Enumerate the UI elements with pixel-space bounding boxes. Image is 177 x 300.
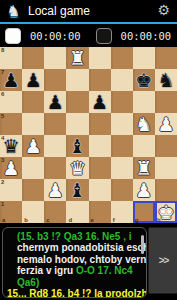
- white-clock: 00:00:00: [30, 30, 81, 42]
- black-bishop-d4: ♝: [69, 136, 86, 157]
- black-pawn-c6: ♟: [47, 92, 64, 113]
- rank-label-1: 1: [1, 201, 4, 207]
- square-g5[interactable]: ♞: [133, 113, 155, 135]
- square-a7[interactable]: 7♟: [0, 69, 22, 91]
- white-pawn-c2: ♟: [47, 180, 64, 201]
- square-b3[interactable]: [22, 157, 44, 179]
- square-b7[interactable]: ♟: [22, 69, 44, 91]
- square-e2[interactable]: [89, 179, 111, 201]
- square-g3[interactable]: ♜: [133, 157, 155, 179]
- file-label-f: f: [113, 217, 115, 223]
- action-bar: ♞ Local game ⚙: [0, 0, 177, 22]
- square-a2[interactable]: 2: [0, 179, 22, 201]
- square-f1[interactable]: f: [111, 201, 133, 223]
- square-h6[interactable]: [155, 91, 177, 113]
- square-c7[interactable]: [44, 69, 66, 91]
- notation-segment: O-O 17. Nc4: [76, 265, 133, 276]
- black-knight-h7: ♞: [157, 70, 174, 91]
- square-e1[interactable]: e: [89, 201, 111, 223]
- rank-label-7: 7: [1, 69, 4, 75]
- white-pawn-b4: ♟: [25, 136, 42, 157]
- white-pawn-g2: ♟: [135, 180, 152, 201]
- white-rook-d8: ♜: [69, 48, 86, 69]
- black-clock: 00:00:00: [121, 30, 172, 42]
- square-e5[interactable]: [89, 113, 111, 135]
- square-b1[interactable]: b: [22, 201, 44, 223]
- square-f4[interactable]: [111, 135, 133, 157]
- square-b2[interactable]: [22, 179, 44, 201]
- square-h4[interactable]: [155, 135, 177, 157]
- notation-segment: 15... Rd8 16. b4 !? Ia prodolzhau: [7, 288, 147, 298]
- notation-segment: Qa6): [17, 277, 39, 288]
- square-f5[interactable]: [111, 113, 133, 135]
- square-h8[interactable]: [155, 47, 177, 69]
- square-h3[interactable]: [155, 157, 177, 179]
- square-e6[interactable]: ♟: [89, 91, 111, 113]
- square-d6[interactable]: [66, 91, 88, 113]
- black-bishop-d2: ♝: [69, 180, 86, 201]
- black-pawn-a7: ♟: [3, 70, 20, 91]
- square-d4[interactable]: ♝: [66, 135, 88, 157]
- scrollbar-thumb[interactable]: [141, 235, 144, 254]
- notation-line: chernym ponadobitsia esche: [17, 242, 143, 253]
- square-c2[interactable]: ♟: [44, 179, 66, 201]
- rank-label-4: 4: [1, 135, 4, 141]
- square-f2[interactable]: [111, 179, 133, 201]
- notation-line: ferzia v igru O-O 17. Nc4: [17, 265, 143, 276]
- square-e4[interactable]: [89, 135, 111, 157]
- square-b5[interactable]: [22, 113, 44, 135]
- notation-line: Qa6): [17, 277, 143, 288]
- square-h1[interactable]: h♚: [155, 201, 177, 223]
- file-label-c: c: [46, 217, 49, 223]
- white-rook-g3: ♜: [135, 158, 152, 179]
- square-d8[interactable]: ♜: [66, 47, 88, 69]
- notation-line: 15... Rd8 16. b4 !? Ia prodolzhau: [7, 288, 143, 298]
- next-moves-label: >>: [159, 255, 169, 266]
- square-g6[interactable]: [133, 91, 155, 113]
- square-g2[interactable]: ♟: [133, 179, 155, 201]
- file-label-g: g: [135, 217, 139, 223]
- clock-strip: 00:00:00 00:00:00: [0, 24, 177, 47]
- square-a5[interactable]: 5: [0, 113, 22, 135]
- square-d7[interactable]: [66, 69, 88, 91]
- notation-segment: nemalo hodov, chtoby vernut': [17, 254, 147, 265]
- file-label-d: d: [68, 217, 72, 223]
- square-h7[interactable]: ♞: [155, 69, 177, 91]
- square-a3[interactable]: 3♟: [0, 157, 22, 179]
- notation-line: (15. b3 !? Qa3 16. Ne5 , i: [17, 231, 143, 242]
- rank-label-6: 6: [1, 91, 4, 97]
- square-f3[interactable]: [111, 157, 133, 179]
- black-pawn-b7: ♟: [25, 70, 42, 91]
- square-c5[interactable]: [44, 113, 66, 135]
- square-b6[interactable]: [22, 91, 44, 113]
- black-king-g7: ♚: [135, 70, 152, 91]
- file-label-a: a: [2, 217, 5, 223]
- knight-icon: ♞: [5, 3, 22, 20]
- black-queen-a4: ♛: [3, 136, 20, 157]
- square-d5[interactable]: [66, 113, 88, 135]
- square-f7[interactable]: [111, 69, 133, 91]
- page-title: Local game: [28, 4, 90, 18]
- white-knight-g5: ♞: [135, 114, 152, 135]
- chess-board[interactable]: 8♜7♟♟♚♞6♟♟5♞♟4♛♟♝3♟♛♜2♟♝♟1abcdefgh♚: [0, 47, 177, 223]
- square-d1[interactable]: d: [66, 201, 88, 223]
- square-g4[interactable]: [133, 135, 155, 157]
- square-h2[interactable]: [155, 179, 177, 201]
- file-label-b: b: [24, 217, 28, 223]
- white-player-icon: [5, 28, 21, 44]
- square-e7[interactable]: [89, 69, 111, 91]
- square-f8[interactable]: [111, 47, 133, 69]
- notation-segment: chernym ponadobitsia esche: [17, 242, 147, 253]
- square-d3[interactable]: ♛: [66, 157, 88, 179]
- square-f6[interactable]: [111, 91, 133, 113]
- notation-line: nemalo hodov, chtoby vernut': [17, 254, 143, 265]
- notation-segment: (15. b3 !? Qa3 16. Ne5 , i: [17, 231, 132, 242]
- square-a4[interactable]: 4♛: [0, 135, 22, 157]
- square-g7[interactable]: ♚: [133, 69, 155, 91]
- square-c3[interactable]: [44, 157, 66, 179]
- square-e8[interactable]: [89, 47, 111, 69]
- gear-icon[interactable]: ⚙: [157, 2, 170, 18]
- white-queen-d3: ♛: [69, 158, 86, 179]
- square-g1[interactable]: g: [133, 201, 155, 223]
- rank-label-2: 2: [1, 179, 4, 185]
- white-pawn-a3: ♟: [3, 158, 20, 179]
- square-a8[interactable]: 8: [0, 47, 22, 69]
- next-moves-button[interactable]: >>: [148, 227, 177, 294]
- rank-label-5: 5: [1, 113, 4, 119]
- square-a1[interactable]: 1a: [0, 201, 22, 223]
- square-d2[interactable]: ♝: [66, 179, 88, 201]
- black-player-icon: [96, 28, 112, 44]
- square-c8[interactable]: [44, 47, 66, 69]
- square-g8[interactable]: [133, 47, 155, 69]
- square-c1[interactable]: c: [44, 201, 66, 223]
- square-b4[interactable]: ♟: [22, 135, 44, 157]
- square-c4[interactable]: [44, 135, 66, 157]
- rank-label-8: 8: [1, 47, 4, 53]
- rank-label-3: 3: [1, 157, 4, 163]
- square-e3[interactable]: [89, 157, 111, 179]
- notation-panel[interactable]: (15. b3 !? Qa3 16. Ne5 , ichernym ponado…: [2, 227, 147, 298]
- white-pawn-h5: ♟: [157, 114, 174, 135]
- black-pawn-e6: ♟: [91, 92, 108, 113]
- notation-segment: ferzia v igru: [17, 265, 76, 276]
- file-label-h: h: [157, 217, 161, 223]
- square-b8[interactable]: [22, 47, 44, 69]
- square-c6[interactable]: ♟: [44, 91, 66, 113]
- square-a6[interactable]: 6: [0, 91, 22, 113]
- square-h5[interactable]: ♟: [155, 113, 177, 135]
- file-label-e: e: [91, 217, 94, 223]
